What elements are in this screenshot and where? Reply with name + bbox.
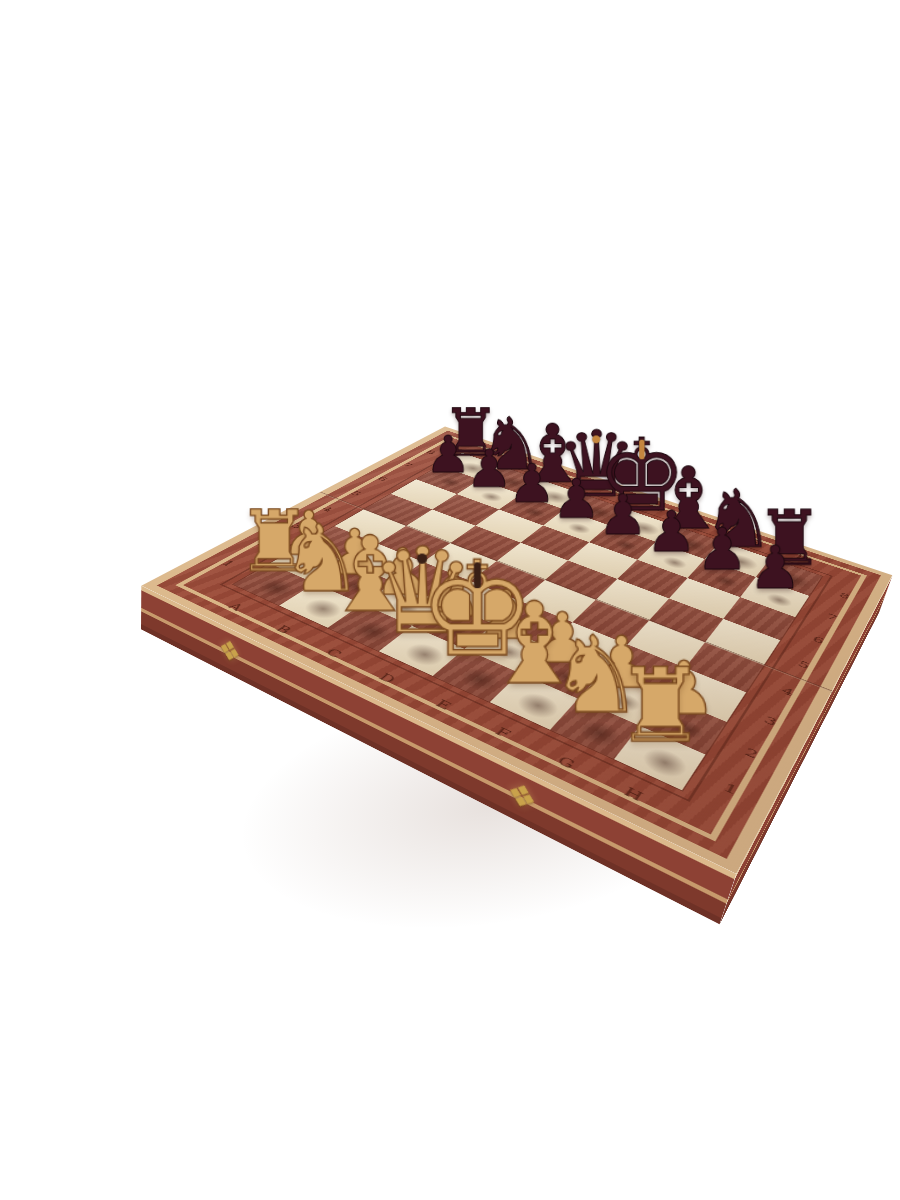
piece-white-rook-h1: ♜	[558, 655, 762, 757]
rank-label-right-4: 4	[773, 682, 804, 701]
file-label-near-a: A	[220, 599, 251, 615]
rank-label-right-7: 7	[819, 609, 846, 624]
rank-label-right-8: 8	[832, 589, 858, 603]
product-photo-background: AA11BB22CC33DD44EE55FF66GG77HH88 ❖ ❖ ♜♞♝…	[0, 0, 900, 1200]
brass-clasp-icon: ❖	[504, 771, 541, 822]
file-label-near-d: D	[370, 668, 404, 688]
file-label-near-f: F	[485, 722, 520, 744]
king-spike-finial	[473, 562, 480, 588]
rank-label-right-6: 6	[804, 632, 832, 648]
rank-label-left-6: 6	[371, 474, 395, 484]
chess-board: AA11BB22CC33DD44EE55FF66GG77HH88 ❖ ❖ ♜♞♝…	[141, 426, 892, 874]
file-label-near-h: H	[615, 782, 652, 808]
rank-label-right-1: 1	[713, 776, 749, 801]
file-label-near-e: E	[426, 694, 460, 715]
rank-label-right-5: 5	[789, 656, 818, 674]
file-label-near-b: B	[267, 621, 299, 638]
scene: AA11BB22CC33DD44EE55FF66GG77HH88 ❖ ❖ ♜♞♝…	[0, 0, 900, 1200]
brass-clasp-icon: ❖	[218, 629, 241, 674]
file-label-near-g: G	[548, 751, 584, 775]
rank-label-left-5: 5	[344, 488, 369, 499]
